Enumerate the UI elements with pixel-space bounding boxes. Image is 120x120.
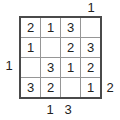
cell-r4c4[interactable]: 1 — [81, 78, 100, 97]
cell-r4c1[interactable]: 3 — [21, 78, 40, 97]
clue-bottom-col3: 3 — [61, 103, 75, 117]
puzzle-page: 1 1 2 1 3 2 1 3 1 2 3 3 1 2 3 2 1 — [0, 0, 120, 120]
cell-r3c1[interactable] — [21, 58, 40, 77]
cell-r2c2[interactable] — [41, 38, 60, 57]
cell-r3c3[interactable]: 1 — [61, 58, 80, 77]
cell-r1c3[interactable]: 3 — [61, 18, 80, 37]
cell-r3c4[interactable]: 2 — [81, 58, 100, 77]
clue-left-row3: 1 — [2, 59, 16, 73]
puzzle-grid: 2 1 3 1 2 3 3 1 2 3 2 1 — [19, 16, 102, 99]
clue-bottom-col2: 1 — [43, 103, 57, 117]
cell-r4c2[interactable]: 2 — [41, 78, 60, 97]
cell-r4c3[interactable] — [61, 78, 80, 97]
clue-right-row4: 2 — [103, 81, 117, 95]
cell-r3c2[interactable]: 3 — [41, 58, 60, 77]
clue-top-col4: 1 — [84, 1, 98, 15]
cell-r1c4[interactable] — [81, 18, 100, 37]
cell-r2c4[interactable]: 3 — [81, 38, 100, 57]
cell-r2c3[interactable]: 2 — [61, 38, 80, 57]
cell-r1c1[interactable]: 2 — [21, 18, 40, 37]
cell-r2c1[interactable]: 1 — [21, 38, 40, 57]
cell-r1c2[interactable]: 1 — [41, 18, 60, 37]
